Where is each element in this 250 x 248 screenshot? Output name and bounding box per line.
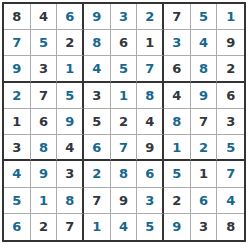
cell-r1c6[interactable]: 2	[137, 4, 164, 30]
cell-r9c7[interactable]: 9	[164, 214, 191, 240]
cell-r8c4[interactable]: 7	[84, 188, 111, 214]
cell-r9c5[interactable]: 4	[111, 214, 138, 240]
cell-r8c3[interactable]: 8	[57, 188, 84, 214]
cell-r7c9[interactable]: 7	[217, 161, 244, 187]
cell-r2c6[interactable]: 1	[137, 30, 164, 56]
cell-r7c3[interactable]: 3	[57, 161, 84, 187]
cell-r3c2[interactable]: 3	[31, 56, 58, 82]
sudoku-board: 8469327517528613499314576822753184961695…	[2, 2, 246, 242]
cell-r6c9[interactable]: 5	[217, 135, 244, 161]
cell-r1c8[interactable]: 5	[191, 4, 218, 30]
cell-r5c6[interactable]: 4	[137, 109, 164, 135]
cell-r4c5[interactable]: 1	[111, 83, 138, 109]
cell-r4c4[interactable]: 3	[84, 83, 111, 109]
cell-r7c2[interactable]: 9	[31, 161, 58, 187]
cell-r6c5[interactable]: 7	[111, 135, 138, 161]
cell-r5c2[interactable]: 6	[31, 109, 58, 135]
cell-r2c5[interactable]: 6	[111, 30, 138, 56]
cell-r5c7[interactable]: 8	[164, 109, 191, 135]
cell-r4c3[interactable]: 5	[57, 83, 84, 109]
cell-r8c6[interactable]: 3	[137, 188, 164, 214]
cell-r5c3[interactable]: 9	[57, 109, 84, 135]
cell-r4c2[interactable]: 7	[31, 83, 58, 109]
cell-r7c5[interactable]: 8	[111, 161, 138, 187]
cell-r3c4[interactable]: 4	[84, 56, 111, 82]
cell-r6c8[interactable]: 2	[191, 135, 218, 161]
cell-r4c6[interactable]: 8	[137, 83, 164, 109]
cell-r3c1[interactable]: 9	[4, 56, 31, 82]
cell-r3c5[interactable]: 5	[111, 56, 138, 82]
cell-r9c9[interactable]: 8	[217, 214, 244, 240]
cell-r7c1[interactable]: 4	[4, 161, 31, 187]
cell-r2c2[interactable]: 5	[31, 30, 58, 56]
cell-r3c7[interactable]: 6	[164, 56, 191, 82]
cell-r4c1[interactable]: 2	[4, 83, 31, 109]
cell-r3c6[interactable]: 7	[137, 56, 164, 82]
cell-r7c6[interactable]: 6	[137, 161, 164, 187]
cell-r3c9[interactable]: 2	[217, 56, 244, 82]
cell-r2c4[interactable]: 8	[84, 30, 111, 56]
cell-r1c5[interactable]: 3	[111, 4, 138, 30]
cell-r6c1[interactable]: 3	[4, 135, 31, 161]
cell-r8c8[interactable]: 6	[191, 188, 218, 214]
cell-r8c2[interactable]: 1	[31, 188, 58, 214]
cell-r9c8[interactable]: 3	[191, 214, 218, 240]
cell-r2c9[interactable]: 9	[217, 30, 244, 56]
cell-r2c3[interactable]: 2	[57, 30, 84, 56]
cell-r9c2[interactable]: 2	[31, 214, 58, 240]
cell-r3c3[interactable]: 1	[57, 56, 84, 82]
cell-r1c2[interactable]: 4	[31, 4, 58, 30]
cell-r9c6[interactable]: 5	[137, 214, 164, 240]
cell-r2c7[interactable]: 3	[164, 30, 191, 56]
cell-r6c4[interactable]: 6	[84, 135, 111, 161]
cell-r9c4[interactable]: 1	[84, 214, 111, 240]
cell-r8c7[interactable]: 2	[164, 188, 191, 214]
cell-r6c7[interactable]: 1	[164, 135, 191, 161]
cell-r4c7[interactable]: 4	[164, 83, 191, 109]
cell-r7c7[interactable]: 5	[164, 161, 191, 187]
cell-r1c1[interactable]: 8	[4, 4, 31, 30]
cell-r4c8[interactable]: 9	[191, 83, 218, 109]
cell-r9c3[interactable]: 7	[57, 214, 84, 240]
cell-r1c4[interactable]: 9	[84, 4, 111, 30]
cell-r3c8[interactable]: 8	[191, 56, 218, 82]
cell-r1c9[interactable]: 1	[217, 4, 244, 30]
cell-r8c5[interactable]: 9	[111, 188, 138, 214]
cell-r1c7[interactable]: 7	[164, 4, 191, 30]
cell-r4c9[interactable]: 6	[217, 83, 244, 109]
cell-r6c2[interactable]: 8	[31, 135, 58, 161]
cell-r7c8[interactable]: 1	[191, 161, 218, 187]
cell-r2c8[interactable]: 4	[191, 30, 218, 56]
cell-r5c1[interactable]: 1	[4, 109, 31, 135]
cell-r5c4[interactable]: 5	[84, 109, 111, 135]
cell-r5c5[interactable]: 2	[111, 109, 138, 135]
cell-r8c1[interactable]: 5	[4, 188, 31, 214]
cell-r5c8[interactable]: 7	[191, 109, 218, 135]
cell-r8c9[interactable]: 4	[217, 188, 244, 214]
cell-r5c9[interactable]: 3	[217, 109, 244, 135]
cell-r6c6[interactable]: 9	[137, 135, 164, 161]
cell-r9c1[interactable]: 6	[4, 214, 31, 240]
cell-r2c1[interactable]: 7	[4, 30, 31, 56]
cell-r1c3[interactable]: 6	[57, 4, 84, 30]
cell-r7c4[interactable]: 2	[84, 161, 111, 187]
cell-r6c3[interactable]: 4	[57, 135, 84, 161]
